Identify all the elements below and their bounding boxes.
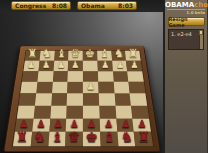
piece-wP-e4[interactable]: ♟: [82, 82, 98, 92]
square-h5[interactable]: [129, 93, 146, 105]
square-h8[interactable]: ♜: [133, 132, 152, 146]
player-plate-congress: Congress 8:08: [11, 1, 71, 10]
square-c5[interactable]: [50, 93, 66, 105]
move-list-panel: 1. e2-e4: [168, 29, 204, 50]
piece-bP-d7[interactable]: ♟: [66, 119, 83, 129]
square-h1[interactable]: ♜: [125, 51, 141, 61]
square-h7[interactable]: ♟: [132, 118, 150, 132]
piece-bP-e7[interactable]: ♟: [82, 119, 99, 129]
square-h4[interactable]: [128, 82, 145, 93]
square-e1[interactable]: ♚: [82, 51, 96, 61]
square-a5[interactable]: [18, 93, 35, 105]
obamachess-app: Congress 8:08 Obama 8:03 ♜♞♝♛♚♝♞♜♟♟♟♟♟♟♟…: [0, 0, 208, 153]
square-e7[interactable]: ♟: [82, 118, 99, 132]
square-e6[interactable]: [82, 105, 99, 118]
piece-bB-f8[interactable]: ♝: [100, 130, 117, 144]
square-c7[interactable]: ♟: [48, 118, 65, 132]
piece-wP-g2[interactable]: ♟: [112, 60, 127, 69]
piece-wP-b2[interactable]: ♟: [38, 60, 53, 69]
piece-bP-f7[interactable]: ♟: [99, 119, 116, 129]
square-e2[interactable]: [82, 61, 97, 71]
piece-wR-h1[interactable]: ♜: [126, 48, 140, 59]
piece-wB-f1[interactable]: ♝: [97, 48, 111, 59]
square-a6[interactable]: [16, 105, 34, 118]
scrollbar-thumb[interactable]: [199, 30, 203, 35]
piece-wN-b1[interactable]: ♞: [39, 48, 53, 59]
square-d2[interactable]: ♟: [68, 61, 83, 71]
square-c1[interactable]: ♝: [53, 51, 68, 61]
logo-text-chess: chess: [194, 1, 208, 9]
square-d8[interactable]: ♛: [65, 132, 83, 146]
sidebar: OBAMAchess 1.0 beta Resign Game 1. e2-e4: [163, 0, 208, 153]
square-f8[interactable]: ♝: [99, 132, 117, 146]
square-h2[interactable]: ♟: [126, 61, 142, 71]
square-f4[interactable]: [98, 82, 114, 93]
move-list-scrollbar[interactable]: [199, 30, 203, 49]
square-a1[interactable]: ♜: [24, 51, 39, 61]
square-h3[interactable]: [127, 71, 143, 82]
piece-bN-b8[interactable]: ♞: [30, 130, 47, 144]
square-a4[interactable]: [20, 82, 37, 93]
square-b4[interactable]: [35, 82, 51, 93]
piece-bR-h8[interactable]: ♜: [135, 130, 152, 144]
square-g6[interactable]: [115, 105, 132, 118]
square-d3[interactable]: [67, 71, 82, 82]
square-c4[interactable]: [51, 82, 67, 93]
square-b5[interactable]: [34, 93, 51, 105]
square-g5[interactable]: [114, 93, 131, 105]
square-e4[interactable]: ♟: [82, 82, 98, 93]
square-d1[interactable]: ♛: [68, 51, 82, 61]
piece-wP-c2[interactable]: ♟: [53, 60, 68, 69]
square-d6[interactable]: [66, 105, 83, 118]
square-b8[interactable]: ♞: [30, 132, 49, 146]
square-h6[interactable]: [131, 105, 149, 118]
square-c3[interactable]: [52, 71, 68, 82]
square-f2[interactable]: ♟: [97, 61, 112, 71]
piece-bB-c8[interactable]: ♝: [48, 130, 65, 144]
square-g1[interactable]: ♞: [111, 51, 126, 61]
piece-bK-e8[interactable]: ♚: [82, 130, 99, 144]
square-b6[interactable]: [33, 105, 50, 118]
square-g4[interactable]: [113, 82, 129, 93]
piece-wP-h2[interactable]: ♟: [127, 60, 142, 69]
app-version: 1.0 beta: [167, 9, 205, 15]
square-a7[interactable]: ♟: [14, 118, 32, 132]
square-c8[interactable]: ♝: [47, 132, 65, 146]
board-grid: ♜♞♝♛♚♝♞♜♟♟♟♟♟♟♟♟♟♟♟♟♟♟♟♟♜♞♝♛♚♝♞♜: [11, 50, 153, 147]
piece-wQ-d1[interactable]: ♛: [68, 48, 82, 59]
move-entry: 1. e2-e4: [171, 31, 197, 37]
square-d7[interactable]: ♟: [65, 118, 82, 132]
piece-wB-c1[interactable]: ♝: [54, 48, 68, 59]
piece-bP-g7[interactable]: ♟: [116, 119, 133, 129]
square-b2[interactable]: ♟: [38, 61, 54, 71]
piece-bR-a8[interactable]: ♜: [13, 130, 30, 144]
player-name-obama: Obama: [81, 3, 105, 9]
piece-bN-g8[interactable]: ♞: [117, 130, 134, 144]
square-f7[interactable]: ♟: [99, 118, 117, 132]
square-f1[interactable]: ♝: [96, 51, 111, 61]
square-g8[interactable]: ♞: [116, 132, 135, 146]
resign-game-button[interactable]: Resign Game: [168, 17, 205, 26]
player-name-congress: Congress: [15, 3, 46, 9]
square-b3[interactable]: [37, 71, 53, 82]
player-clock-congress: 8:08: [52, 3, 67, 9]
square-a3[interactable]: [21, 71, 37, 82]
piece-bP-b7[interactable]: ♟: [32, 119, 49, 129]
square-f5[interactable]: [98, 93, 115, 105]
square-c6[interactable]: [49, 105, 66, 118]
square-g7[interactable]: ♟: [115, 118, 133, 132]
square-a8[interactable]: ♜: [12, 132, 31, 146]
piece-wP-a2[interactable]: ♟: [23, 60, 38, 69]
piece-wK-e1[interactable]: ♚: [82, 48, 96, 59]
piece-wR-a1[interactable]: ♜: [25, 48, 39, 59]
piece-bP-h7[interactable]: ♟: [133, 119, 150, 129]
square-d5[interactable]: [66, 93, 82, 105]
piece-wP-f2[interactable]: ♟: [97, 60, 112, 69]
square-e5[interactable]: [82, 93, 98, 105]
square-d4[interactable]: [67, 82, 83, 93]
square-g3[interactable]: [112, 71, 128, 82]
piece-wN-g1[interactable]: ♞: [111, 48, 125, 59]
board-scene: ♜♞♝♛♚♝♞♜♟♟♟♟♟♟♟♟♟♟♟♟♟♟♟♟♜♞♝♛♚♝♞♜: [0, 11, 163, 153]
piece-bQ-d8[interactable]: ♛: [65, 130, 82, 144]
piece-bP-a7[interactable]: ♟: [15, 119, 32, 129]
app-logo: OBAMAchess: [165, 0, 207, 9]
piece-wP-d2[interactable]: ♟: [68, 60, 83, 69]
square-c2[interactable]: ♟: [53, 61, 68, 71]
square-f3[interactable]: [97, 71, 113, 82]
square-b7[interactable]: ♟: [31, 118, 49, 132]
square-e3[interactable]: [82, 71, 97, 82]
square-a2[interactable]: ♟: [23, 61, 39, 71]
chess-board: ♜♞♝♛♚♝♞♜♟♟♟♟♟♟♟♟♟♟♟♟♟♟♟♟♜♞♝♛♚♝♞♜: [3, 46, 161, 152]
move-list: 1. e2-e4: [169, 30, 203, 38]
square-f6[interactable]: [98, 105, 115, 118]
player-clock-obama: 8:03: [118, 3, 133, 9]
player-plate-obama: Obama 8:03: [77, 1, 137, 10]
logo-text-obama: OBAMA: [165, 1, 194, 9]
square-e8[interactable]: ♚: [82, 132, 100, 146]
square-b1[interactable]: ♞: [39, 51, 54, 61]
square-g2[interactable]: ♟: [111, 61, 127, 71]
piece-bP-c7[interactable]: ♟: [49, 119, 66, 129]
